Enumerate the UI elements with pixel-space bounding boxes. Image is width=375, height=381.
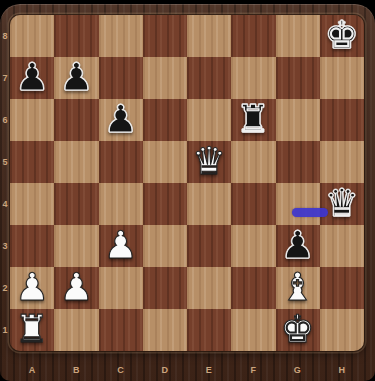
square-e1[interactable] — [187, 309, 231, 351]
file-label-b: B — [54, 362, 98, 377]
black-pawn-a7[interactable]: ♟ — [15, 58, 49, 96]
square-f5[interactable] — [231, 141, 275, 183]
file-label-d: D — [143, 362, 187, 377]
square-f7[interactable] — [231, 57, 275, 99]
file-label-c: C — [99, 362, 143, 377]
square-g2[interactable]: ♝ — [276, 267, 320, 309]
rank-label-6: 6 — [0, 99, 10, 141]
square-f1[interactable] — [231, 309, 275, 351]
square-a4[interactable] — [10, 183, 54, 225]
square-f4[interactable] — [231, 183, 275, 225]
square-b1[interactable] — [54, 309, 98, 351]
white-pawn-c3[interactable]: ♟ — [104, 226, 138, 264]
white-queen-e5[interactable]: ♛ — [192, 142, 226, 180]
square-e4[interactable] — [187, 183, 231, 225]
square-d1[interactable] — [143, 309, 187, 351]
black-queen-h4[interactable]: ♛ — [325, 184, 359, 222]
rank-label-4: 4 — [0, 183, 10, 225]
square-h6[interactable] — [320, 99, 364, 141]
square-c2[interactable] — [99, 267, 143, 309]
rank-label-5: 5 — [0, 141, 10, 183]
square-e8[interactable] — [187, 15, 231, 57]
rank-label-2: 2 — [0, 267, 10, 309]
square-a2[interactable]: ♟ — [10, 267, 54, 309]
file-label-g: G — [276, 362, 320, 377]
square-a8[interactable] — [10, 15, 54, 57]
square-b8[interactable] — [54, 15, 98, 57]
square-d3[interactable] — [143, 225, 187, 267]
square-e3[interactable] — [187, 225, 231, 267]
rank-label-7: 7 — [0, 57, 10, 99]
square-e5[interactable]: ♛ — [187, 141, 231, 183]
square-c4[interactable] — [99, 183, 143, 225]
square-e2[interactable] — [187, 267, 231, 309]
square-a3[interactable] — [10, 225, 54, 267]
square-c5[interactable] — [99, 141, 143, 183]
square-a7[interactable]: ♟ — [10, 57, 54, 99]
black-pawn-b7[interactable]: ♟ — [59, 58, 93, 96]
square-a1[interactable]: ♜ — [10, 309, 54, 351]
square-g4[interactable] — [276, 183, 320, 225]
black-king-h8[interactable]: ♚ — [325, 16, 359, 54]
square-d6[interactable] — [143, 99, 187, 141]
file-label-f: F — [231, 362, 275, 377]
square-b7[interactable]: ♟ — [54, 57, 98, 99]
square-h1[interactable] — [320, 309, 364, 351]
file-labels: ABCDEFGH — [10, 362, 364, 377]
square-f3[interactable] — [231, 225, 275, 267]
square-d4[interactable] — [143, 183, 187, 225]
white-rook-a1[interactable]: ♜ — [15, 310, 49, 348]
white-king-g1[interactable]: ♚ — [281, 310, 315, 348]
square-d7[interactable] — [143, 57, 187, 99]
square-c3[interactable]: ♟ — [99, 225, 143, 267]
rank-label-8: 8 — [0, 15, 10, 57]
chess-board[interactable]: ♚♟♟♟♜♛♛♟♟♟♟♝♜♚ — [10, 15, 364, 351]
file-label-e: E — [187, 362, 231, 377]
square-g3[interactable]: ♟ — [276, 225, 320, 267]
rank-label-3: 3 — [0, 225, 10, 267]
square-h7[interactable] — [320, 57, 364, 99]
black-pawn-c6[interactable]: ♟ — [104, 100, 138, 138]
rank-labels: 87654321 — [0, 15, 10, 351]
square-c1[interactable] — [99, 309, 143, 351]
square-b6[interactable] — [54, 99, 98, 141]
square-e7[interactable] — [187, 57, 231, 99]
square-d2[interactable] — [143, 267, 187, 309]
rank-label-1: 1 — [0, 309, 10, 351]
square-c7[interactable] — [99, 57, 143, 99]
square-a5[interactable] — [10, 141, 54, 183]
square-e6[interactable] — [187, 99, 231, 141]
square-h8[interactable]: ♚ — [320, 15, 364, 57]
file-label-h: H — [320, 362, 364, 377]
square-b4[interactable] — [54, 183, 98, 225]
square-h2[interactable] — [320, 267, 364, 309]
square-b2[interactable]: ♟ — [54, 267, 98, 309]
square-h5[interactable] — [320, 141, 364, 183]
square-b3[interactable] — [54, 225, 98, 267]
square-h3[interactable] — [320, 225, 364, 267]
square-g8[interactable] — [276, 15, 320, 57]
square-f8[interactable] — [231, 15, 275, 57]
square-c6[interactable]: ♟ — [99, 99, 143, 141]
file-label-a: A — [10, 362, 54, 377]
square-d8[interactable] — [143, 15, 187, 57]
square-f6[interactable]: ♜ — [231, 99, 275, 141]
white-pawn-b2[interactable]: ♟ — [59, 268, 93, 306]
square-a6[interactable] — [10, 99, 54, 141]
white-bishop-g2[interactable]: ♝ — [281, 268, 315, 306]
white-pawn-a2[interactable]: ♟ — [15, 268, 49, 306]
square-c8[interactable] — [99, 15, 143, 57]
black-rook-f6[interactable]: ♜ — [236, 100, 270, 138]
square-b5[interactable] — [54, 141, 98, 183]
square-f2[interactable] — [231, 267, 275, 309]
square-g5[interactable] — [276, 141, 320, 183]
square-d5[interactable] — [143, 141, 187, 183]
square-g1[interactable]: ♚ — [276, 309, 320, 351]
square-g6[interactable] — [276, 99, 320, 141]
black-pawn-g3[interactable]: ♟ — [281, 226, 315, 264]
square-g7[interactable] — [276, 57, 320, 99]
square-h4[interactable]: ♛ — [320, 183, 364, 225]
